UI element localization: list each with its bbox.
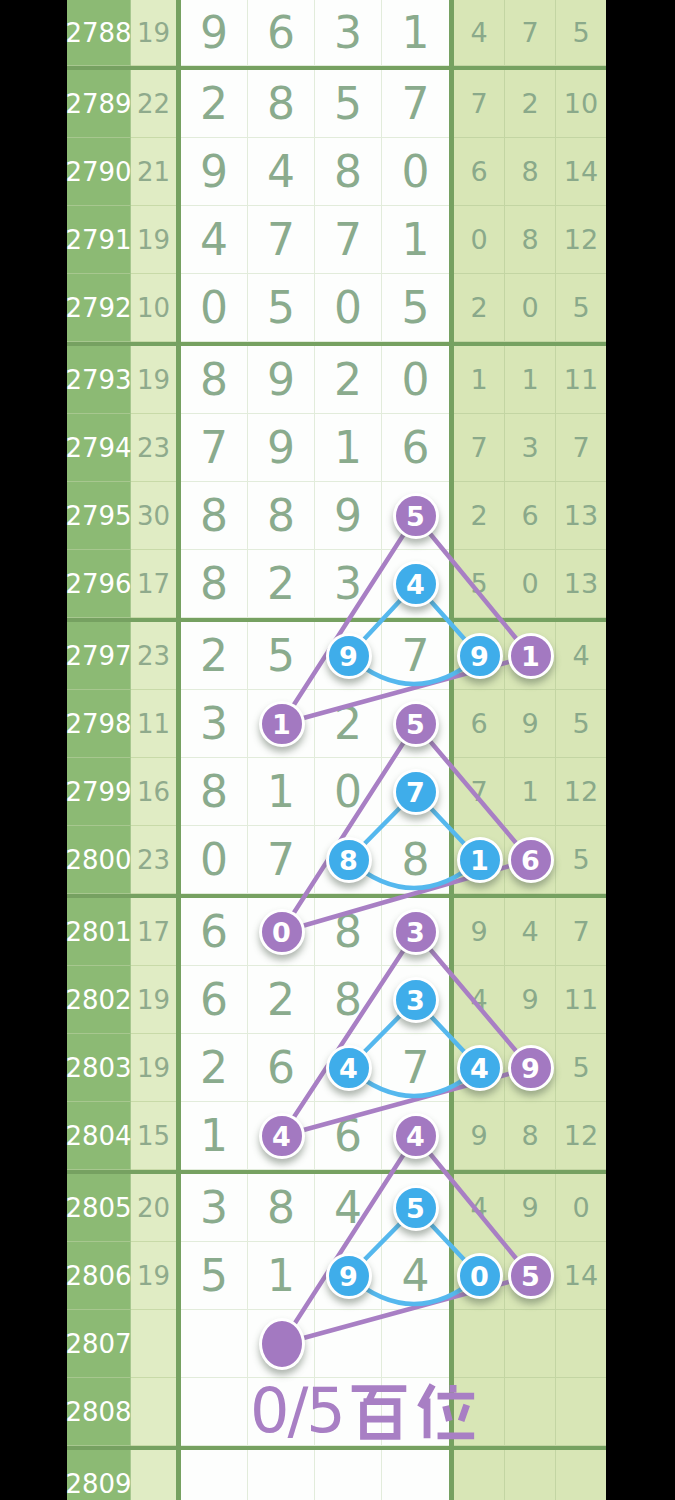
cell-digit-2808-d1 [181,1378,248,1446]
cell-stat-2809-s1 [454,1450,505,1500]
cell-stat-2798-s3: 5 [556,690,606,758]
cell-period-2800: 2800 [67,826,131,894]
cell-sum-2808 [131,1378,176,1446]
cell-stat-2791-s3: 12 [556,206,606,274]
cell-stat-2807-s3 [556,1310,606,1378]
cell-stat-2788-s3: 5 [556,0,606,66]
cell-digit-2798-d3: 2 [315,690,382,758]
cell-digit-2791-d1: 4 [181,206,248,274]
trend-mark-blue-2797-d3: 9 [326,633,372,679]
cell-stat-2790-s3: 14 [556,138,606,206]
cell-stat-2794-s1: 7 [454,414,505,482]
cell-digit-2807-d1 [181,1310,248,1378]
cell-stat-2793-s3: 11 [556,346,606,414]
cell-period-2792: 2792 [67,274,131,342]
cell-digit-2794-d1: 7 [181,414,248,482]
cell-sum-2789: 22 [131,70,176,138]
cell-digit-2793-d4: 0 [382,346,449,414]
trend-dot-purple-2807-d2 [259,1318,305,1370]
cell-digit-2805-d1: 3 [181,1174,248,1242]
cell-digit-2794-d3: 1 [315,414,382,482]
cell-stat-2804-s3: 12 [556,1102,606,1170]
grid-group-separator [67,66,606,70]
cell-digit-2806-d4: 4 [382,1242,449,1310]
cell-stat-2793-s1: 1 [454,346,505,414]
grid-group-separator [67,894,606,898]
cell-digit-2794-d2: 9 [248,414,315,482]
cell-stat-2788-s1: 4 [454,0,505,66]
trend-mark-purple-2801-d4: 3 [393,909,439,955]
cell-stat-2799-s2: 1 [505,758,556,826]
cell-stat-2805-s3: 0 [556,1174,606,1242]
cell-stat-2790-s2: 8 [505,138,556,206]
cell-digit-2789-d2: 8 [248,70,315,138]
cell-digit-2799-d1: 8 [181,758,248,826]
cell-sum-2794: 23 [131,414,176,482]
cell-sum-2798: 11 [131,690,176,758]
cell-stat-2789-s3: 10 [556,70,606,138]
cell-sum-2796: 17 [131,550,176,618]
grid-group-separator [67,618,606,622]
cell-digit-2790-d3: 8 [315,138,382,206]
cell-digit-2803-d1: 2 [181,1034,248,1102]
cell-digit-2802-d1: 6 [181,966,248,1034]
cell-digit-2789-d1: 2 [181,70,248,138]
cell-digit-2804-d3: 6 [315,1102,382,1170]
cell-stat-2795-s3: 13 [556,482,606,550]
cell-digit-2793-d2: 9 [248,346,315,414]
cell-digit-2798-d1: 3 [181,690,248,758]
trend-mark-purple-2804-d4: 4 [393,1113,439,1159]
trend-mark-blue-2806-s1: 0 [457,1253,503,1299]
cell-stat-2796-s2: 0 [505,550,556,618]
cell-stat-2795-s2: 6 [505,482,556,550]
cell-digit-2791-d3: 7 [315,206,382,274]
cell-stat-2809-s2 [505,1450,556,1500]
cell-period-2796: 2796 [67,550,131,618]
trend-mark-blue-2796-d4: 4 [393,561,439,607]
cell-stat-2791-s1: 0 [454,206,505,274]
trend-mark-blue-2800-d3: 8 [326,837,372,883]
cell-stat-2800-s3: 5 [556,826,606,894]
cell-digit-2809-d1 [181,1450,248,1500]
cell-sum-2791: 19 [131,206,176,274]
cell-stat-2794-s2: 3 [505,414,556,482]
lottery-trend-chart: 2788199631475278922285772102790219480681… [0,0,675,1500]
cell-digit-2802-d2: 2 [248,966,315,1034]
cell-digit-2809-d3 [315,1450,382,1500]
cell-period-2798: 2798 [67,690,131,758]
trend-mark-blue-2805-d4: 5 [393,1185,439,1231]
cell-digit-2799-d2: 1 [248,758,315,826]
cell-digit-2803-d2: 6 [248,1034,315,1102]
cell-period-2797: 2797 [67,622,131,690]
cell-digit-2795-d3: 9 [315,482,382,550]
cell-stat-2807-s2 [505,1310,556,1378]
cell-stat-2792-s1: 2 [454,274,505,342]
cell-stat-2802-s2: 9 [505,966,556,1034]
trend-mark-blue-2799-d4: 7 [393,769,439,815]
cell-digit-2796-d3: 3 [315,550,382,618]
cell-stat-2802-s3: 11 [556,966,606,1034]
cell-sum-2795: 30 [131,482,176,550]
cell-period-2807: 2807 [67,1310,131,1378]
cell-period-2809: 2809 [67,1450,131,1500]
cell-digit-2806-d1: 5 [181,1242,248,1310]
cell-stat-2804-s2: 8 [505,1102,556,1170]
cjk-glyph-bai [348,1380,410,1442]
trend-mark-purple-2800-s2: 6 [508,837,554,883]
cell-digit-2792-d4: 5 [382,274,449,342]
trend-mark-purple-2797-s2: 1 [508,633,554,679]
cell-sum-2802: 19 [131,966,176,1034]
cell-digit-2790-d2: 4 [248,138,315,206]
cell-digit-2807-d3 [315,1310,382,1378]
cell-digit-2795-d1: 8 [181,482,248,550]
cell-stat-2801-s3: 7 [556,898,606,966]
trend-mark-purple-2801-d2: 0 [259,909,305,955]
cell-sum-2805: 20 [131,1174,176,1242]
trend-mark-blue-2806-d3: 9 [326,1253,372,1299]
cell-digit-2789-d4: 7 [382,70,449,138]
cell-digit-2807-d4 [382,1310,449,1378]
cell-stat-2804-s1: 9 [454,1102,505,1170]
cell-stat-2792-s3: 5 [556,274,606,342]
cell-stat-2789-s2: 2 [505,70,556,138]
cell-period-2791: 2791 [67,206,131,274]
cell-stat-2799-s1: 7 [454,758,505,826]
cell-stat-2788-s2: 7 [505,0,556,66]
cell-digit-2793-d3: 2 [315,346,382,414]
cell-digit-2797-d4: 7 [382,622,449,690]
cell-digit-2789-d3: 5 [315,70,382,138]
cell-digit-2809-d4 [382,1450,449,1500]
cell-sum-2800: 23 [131,826,176,894]
cell-period-2805: 2805 [67,1174,131,1242]
cell-digit-2788-d2: 6 [248,0,315,66]
cell-digit-2809-d2 [248,1450,315,1500]
trend-mark-purple-2804-d2: 4 [259,1113,305,1159]
cell-stat-2798-s1: 6 [454,690,505,758]
cell-stat-2798-s2: 9 [505,690,556,758]
cell-stat-2791-s2: 8 [505,206,556,274]
cell-digit-2800-d4: 8 [382,826,449,894]
cell-digit-2805-d2: 8 [248,1174,315,1242]
cell-digit-2794-d4: 6 [382,414,449,482]
cell-stat-2790-s1: 6 [454,138,505,206]
cell-digit-2795-d2: 8 [248,482,315,550]
cell-stat-2805-s2: 9 [505,1174,556,1242]
cell-digit-2790-d4: 0 [382,138,449,206]
cell-period-2788: 2788 [67,0,131,66]
cell-stat-2789-s1: 7 [454,70,505,138]
cell-sum-2797: 23 [131,622,176,690]
label-prefix: 0/5 [250,1380,344,1442]
trend-mark-purple-2798-d2: 1 [259,701,305,747]
cell-sum-2809 [131,1450,176,1500]
cell-digit-2788-d4: 1 [382,0,449,66]
cell-stat-2799-s3: 12 [556,758,606,826]
cell-stat-2793-s2: 1 [505,346,556,414]
cell-digit-2800-d2: 7 [248,826,315,894]
cjk-glyph-wei [414,1380,476,1442]
grid-group-separator [67,1170,606,1174]
cell-sum-2790: 21 [131,138,176,206]
cell-period-2802: 2802 [67,966,131,1034]
cell-digit-2799-d3: 0 [315,758,382,826]
cell-digit-2788-d1: 9 [181,0,248,66]
cell-period-2789: 2789 [67,70,131,138]
cell-digit-2797-d1: 2 [181,622,248,690]
trend-mark-blue-2803-d3: 4 [326,1045,372,1091]
grid-vertical-divider [176,0,181,1500]
cell-digit-2796-d1: 8 [181,550,248,618]
cell-digit-2804-d1: 1 [181,1102,248,1170]
cell-period-2803: 2803 [67,1034,131,1102]
cell-stat-2806-s3: 14 [556,1242,606,1310]
cell-period-2790: 2790 [67,138,131,206]
cell-digit-2802-d3: 8 [315,966,382,1034]
cell-stat-2809-s3 [556,1450,606,1500]
cell-digit-2801-d3: 8 [315,898,382,966]
cell-digit-2806-d2: 1 [248,1242,315,1310]
cell-period-2804: 2804 [67,1102,131,1170]
cell-stat-2796-s3: 13 [556,550,606,618]
cell-digit-2801-d1: 6 [181,898,248,966]
cell-sum-2801: 17 [131,898,176,966]
cell-stat-2796-s1: 5 [454,550,505,618]
cell-stat-2803-s3: 5 [556,1034,606,1102]
cell-stat-2795-s1: 2 [454,482,505,550]
trend-mark-blue-2797-s1: 9 [457,633,503,679]
cell-digit-2791-d2: 7 [248,206,315,274]
cell-stat-2801-s2: 4 [505,898,556,966]
trend-mark-purple-2803-s2: 9 [508,1045,554,1091]
trend-mark-purple-2795-d4: 5 [393,493,439,539]
cell-digit-2792-d1: 0 [181,274,248,342]
cell-digit-2805-d3: 4 [315,1174,382,1242]
cell-digit-2791-d4: 1 [382,206,449,274]
grid-vertical-divider [449,0,454,1500]
cell-stat-2801-s1: 9 [454,898,505,966]
cell-period-2795: 2795 [67,482,131,550]
cell-digit-2803-d4: 7 [382,1034,449,1102]
cell-period-2801: 2801 [67,898,131,966]
cell-period-2794: 2794 [67,414,131,482]
cell-sum-2803: 19 [131,1034,176,1102]
cell-sum-2799: 16 [131,758,176,826]
cell-stat-2802-s1: 4 [454,966,505,1034]
cell-sum-2788: 19 [131,0,176,66]
cell-digit-2792-d2: 5 [248,274,315,342]
cell-digit-2792-d3: 0 [315,274,382,342]
cell-sum-2804: 15 [131,1102,176,1170]
cell-digit-2790-d1: 9 [181,138,248,206]
hundreds-position-label: 0/5 [250,1378,476,1444]
cell-sum-2793: 19 [131,346,176,414]
cell-digit-2793-d1: 8 [181,346,248,414]
cell-stat-2807-s1 [454,1310,505,1378]
cell-period-2806: 2806 [67,1242,131,1310]
grid-group-separator [67,342,606,346]
cell-period-2793: 2793 [67,346,131,414]
cell-stat-2808-s2 [505,1378,556,1446]
trend-mark-blue-2800-s1: 1 [457,837,503,883]
cell-stat-2805-s1: 4 [454,1174,505,1242]
cell-stat-2797-s3: 4 [556,622,606,690]
cell-period-2808: 2808 [67,1378,131,1446]
cell-digit-2796-d2: 2 [248,550,315,618]
cell-period-2799: 2799 [67,758,131,826]
trend-mark-blue-2802-d4: 3 [393,977,439,1023]
cell-digit-2800-d1: 0 [181,826,248,894]
cell-digit-2797-d2: 5 [248,622,315,690]
cell-stat-2792-s2: 0 [505,274,556,342]
trend-mark-blue-2803-s1: 4 [457,1045,503,1091]
cell-sum-2806: 19 [131,1242,176,1310]
trend-mark-purple-2798-d4: 5 [393,701,439,747]
cell-sum-2792: 10 [131,274,176,342]
trend-mark-purple-2806-s2: 5 [508,1253,554,1299]
cell-digit-2788-d3: 3 [315,0,382,66]
cell-sum-2807 [131,1310,176,1378]
cell-stat-2808-s3 [556,1378,606,1446]
cell-stat-2794-s3: 7 [556,414,606,482]
